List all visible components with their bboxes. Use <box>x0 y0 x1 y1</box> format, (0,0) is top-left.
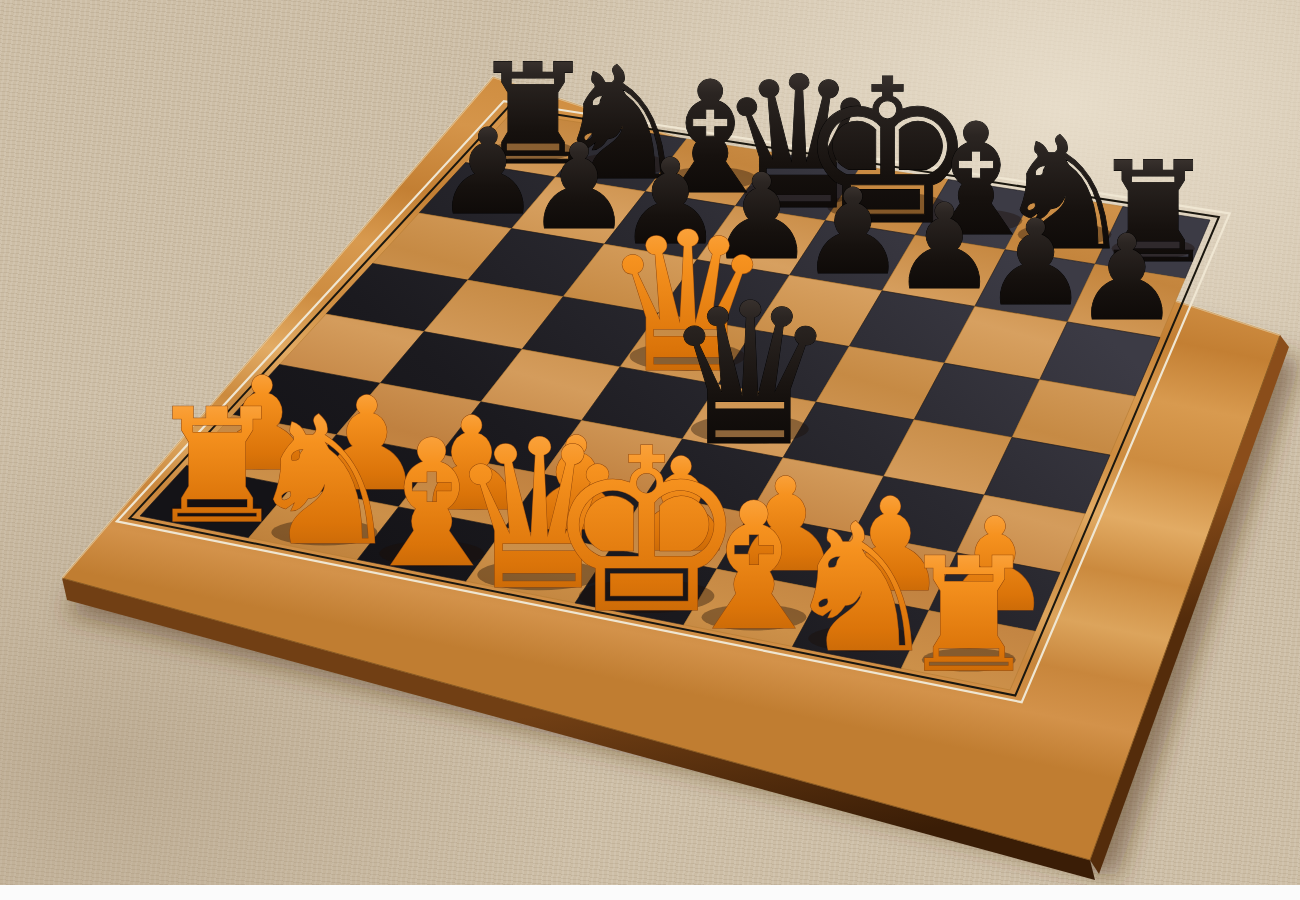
chessboard: ♜♞♝♛♟♚♟♝♟♞♟♜♟♟♟♟♛♛♟♟♟♜♟♞♟♝♟♛♟♚♟♝♞♜ <box>0 0 1300 900</box>
chess-product-photo: ♜♞♝♛♟♚♟♝♟♞♟♜♟♟♟♟♛♛♟♟♟♜♟♞♟♝♟♛♟♚♟♝♞♜ <box>0 0 1300 900</box>
photo-bottom-strip <box>0 885 1300 900</box>
piece-black-p-a7: ♟ <box>435 103 541 241</box>
piece-black-p-g7: ♟ <box>983 194 1089 332</box>
piece-black-p-f7: ♟ <box>891 178 997 316</box>
piece-white-r-h1: ♜ <box>898 524 1039 707</box>
piece-black-p-h7: ♟ <box>1074 209 1180 347</box>
